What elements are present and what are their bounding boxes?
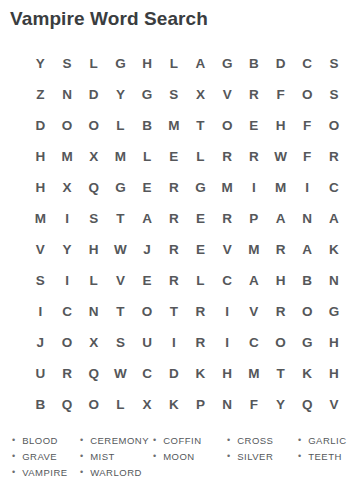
grid-cell-r6c6[interactable]: R <box>160 203 187 234</box>
grid-cell-r4c6[interactable]: E <box>160 141 187 172</box>
grid-cell-r3c4[interactable]: L <box>107 110 134 141</box>
grid-cell-r4c10[interactable]: W <box>267 141 294 172</box>
word-list-column-1: •BLOOD•GRAVE•VAMPIRE <box>12 433 80 480</box>
grid-cell-r10c4[interactable]: S <box>107 327 134 358</box>
grid-cell-r12c6[interactable]: K <box>160 389 187 420</box>
word-list-item: •MOON <box>153 449 227 465</box>
word-list-item: •BLOOD <box>12 433 80 449</box>
grid-cell-r1c8[interactable]: G <box>214 48 241 79</box>
word-list-column-5: •GARLIC•TEETH <box>298 433 358 465</box>
grid-cell-r6c7[interactable]: E <box>187 203 214 234</box>
grid-cell-r2c5[interactable]: G <box>134 79 161 110</box>
word-list-item: •CEREMONY <box>80 433 153 449</box>
word-list-item: •WARLORD <box>80 465 153 480</box>
grid-cell-r3c7[interactable]: T <box>187 110 214 141</box>
word-label: GARLIC <box>308 435 346 446</box>
grid-cell-r12c2[interactable]: Q <box>54 389 81 420</box>
grid-cell-r7c6[interactable]: R <box>160 234 187 265</box>
grid-cell-r5c11[interactable]: I <box>294 172 321 203</box>
grid-cell-r7c10[interactable]: R <box>267 234 294 265</box>
grid-cell-r3c8[interactable]: O <box>214 110 241 141</box>
grid-cell-r6c4[interactable]: T <box>107 203 134 234</box>
grid-cell-r2c4[interactable]: Y <box>107 79 134 110</box>
grid-cell-r6c11[interactable]: N <box>294 203 321 234</box>
grid-cell-r5c9[interactable]: I <box>241 172 268 203</box>
bullet-icon: • <box>298 436 301 445</box>
grid-cell-r12c9[interactable]: F <box>241 389 268 420</box>
grid-cell-r10c11[interactable]: G <box>294 327 321 358</box>
grid-cell-r5c12[interactable]: C <box>321 172 348 203</box>
grid-cell-r8c6[interactable]: R <box>160 265 187 296</box>
bullet-icon: • <box>80 436 83 445</box>
grid-cell-r9c4[interactable]: T <box>107 296 134 327</box>
grid-cell-r9c8[interactable]: I <box>214 296 241 327</box>
grid-cell-r12c8[interactable]: N <box>214 389 241 420</box>
grid-cell-r1c12[interactable]: S <box>321 48 348 79</box>
grid-cell-r10c5[interactable]: U <box>134 327 161 358</box>
bullet-icon: • <box>12 452 15 461</box>
grid-cell-r11c2[interactable]: R <box>54 358 81 389</box>
grid-cell-r3c1[interactable]: D <box>27 110 54 141</box>
grid-cell-r3c6[interactable]: M <box>160 110 187 141</box>
grid-cell-r8c7[interactable]: L <box>187 265 214 296</box>
grid-cell-r5c8[interactable]: M <box>214 172 241 203</box>
grid-cell-r6c8[interactable]: R <box>214 203 241 234</box>
bullet-icon: • <box>80 452 83 461</box>
grid-cell-r10c9[interactable]: C <box>241 327 268 358</box>
word-label: MOON <box>163 451 195 462</box>
grid-cell-r12c11[interactable]: Q <box>294 389 321 420</box>
grid-cell-r9c5[interactable]: O <box>134 296 161 327</box>
word-label: TEETH <box>308 451 342 462</box>
grid-cell-r12c4[interactable]: L <box>107 389 134 420</box>
grid-cell-r7c2[interactable]: Y <box>54 234 81 265</box>
word-label: COFFIN <box>163 435 201 446</box>
grid-cell-r9c10[interactable]: R <box>267 296 294 327</box>
grid-cell-r8c3[interactable]: L <box>80 265 107 296</box>
grid-cell-r3c11[interactable]: F <box>294 110 321 141</box>
grid-cell-r11c5[interactable]: C <box>134 358 161 389</box>
grid-cell-r10c12[interactable]: H <box>321 327 348 358</box>
word-label: GRAVE <box>22 451 57 462</box>
grid-cell-r2c1[interactable]: Z <box>27 79 54 110</box>
grid-cell-r1c3[interactable]: L <box>80 48 107 79</box>
page-title: Vampire Word Search <box>10 8 358 30</box>
word-list-column-3: •COFFIN•MOON <box>153 433 227 465</box>
word-list-column-4: •CROSS•SILVER <box>227 433 298 465</box>
grid-cell-r5c7[interactable]: G <box>187 172 214 203</box>
word-list-item: •COFFIN <box>153 433 227 449</box>
grid-cell-r7c12[interactable]: K <box>321 234 348 265</box>
grid-cell-r1c5[interactable]: H <box>134 48 161 79</box>
grid-cell-r3c9[interactable]: E <box>241 110 268 141</box>
grid-cell-r2c12[interactable]: S <box>321 79 348 110</box>
word-list-item: •GARLIC <box>298 433 358 449</box>
grid-cell-r5c4[interactable]: G <box>107 172 134 203</box>
grid-cell-r5c1[interactable]: H <box>27 172 54 203</box>
grid-cell-r9c1[interactable]: I <box>27 296 54 327</box>
word-search-page: Vampire Word Search YSLGHLAGBDCSZNDYGSXV… <box>0 8 358 480</box>
grid-cell-r1c9[interactable]: B <box>241 48 268 79</box>
grid-cell-r7c3[interactable]: H <box>80 234 107 265</box>
grid-cell-r10c1[interactable]: J <box>27 327 54 358</box>
grid-cell-r4c4[interactable]: M <box>107 141 134 172</box>
grid-cell-r8c10[interactable]: H <box>267 265 294 296</box>
grid-cell-r4c5[interactable]: L <box>134 141 161 172</box>
grid-cell-r11c10[interactable]: T <box>267 358 294 389</box>
grid-cell-r1c6[interactable]: L <box>160 48 187 79</box>
grid-cell-r5c2[interactable]: X <box>54 172 81 203</box>
word-label: WARLORD <box>90 467 142 478</box>
bullet-icon: • <box>227 436 230 445</box>
grid-cell-r7c8[interactable]: V <box>214 234 241 265</box>
grid-cell-r10c2[interactable]: O <box>54 327 81 358</box>
grid-cell-r4c7[interactable]: L <box>187 141 214 172</box>
grid-cell-r3c3[interactable]: O <box>80 110 107 141</box>
grid-cell-r11c9[interactable]: M <box>241 358 268 389</box>
grid-cell-r1c1[interactable]: Y <box>27 48 54 79</box>
grid-cell-r11c3[interactable]: Q <box>80 358 107 389</box>
grid-cell-r7c1[interactable]: V <box>27 234 54 265</box>
grid-cell-r2c11[interactable]: O <box>294 79 321 110</box>
word-list-item: •MIST <box>80 449 153 465</box>
grid-cell-r11c4[interactable]: W <box>107 358 134 389</box>
grid-cell-r6c12[interactable]: A <box>321 203 348 234</box>
grid-cell-r5c6[interactable]: R <box>160 172 187 203</box>
word-label: CROSS <box>237 435 273 446</box>
grid-cell-r12c3[interactable]: O <box>80 389 107 420</box>
grid-cell-r2c7[interactable]: X <box>187 79 214 110</box>
grid-cell-r7c11[interactable]: A <box>294 234 321 265</box>
grid-cell-r4c9[interactable]: R <box>241 141 268 172</box>
grid-cell-r11c11[interactable]: K <box>294 358 321 389</box>
grid-cell-r5c5[interactable]: E <box>134 172 161 203</box>
grid-cell-r6c9[interactable]: P <box>241 203 268 234</box>
bullet-icon: • <box>80 468 83 477</box>
grid-cell-r5c3[interactable]: Q <box>80 172 107 203</box>
grid-cell-r10c8[interactable]: I <box>214 327 241 358</box>
grid-cell-r12c7[interactable]: P <box>187 389 214 420</box>
grid-cell-r3c12[interactable]: O <box>321 110 348 141</box>
word-list: •BLOOD•GRAVE•VAMPIRE•CEREMONY•MIST•WARLO… <box>12 433 358 480</box>
bullet-icon: • <box>227 452 230 461</box>
grid-cell-r6c1[interactable]: M <box>27 203 54 234</box>
bullet-icon: • <box>298 452 301 461</box>
grid-cell-r7c4[interactable]: W <box>107 234 134 265</box>
word-list-item: •CROSS <box>227 433 298 449</box>
grid-cell-r8c1[interactable]: S <box>27 265 54 296</box>
grid-cell-r9c11[interactable]: O <box>294 296 321 327</box>
grid-cell-r7c9[interactable]: M <box>241 234 268 265</box>
word-label: CEREMONY <box>90 435 149 446</box>
grid-cell-r7c7[interactable]: E <box>187 234 214 265</box>
grid-cell-r8c4[interactable]: V <box>107 265 134 296</box>
grid-cell-r1c10[interactable]: D <box>267 48 294 79</box>
grid-cell-r11c7[interactable]: K <box>187 358 214 389</box>
grid-cell-r4c8[interactable]: R <box>214 141 241 172</box>
grid-cell-r12c10[interactable]: Y <box>267 389 294 420</box>
grid-cell-r9c3[interactable]: N <box>80 296 107 327</box>
grid-cell-r9c2[interactable]: C <box>54 296 81 327</box>
grid-cell-r4c11[interactable]: F <box>294 141 321 172</box>
grid-cell-r5c10[interactable]: M <box>267 172 294 203</box>
grid-cell-r1c11[interactable]: C <box>294 48 321 79</box>
grid-cell-r9c7[interactable]: R <box>187 296 214 327</box>
grid-cell-r10c7[interactable]: R <box>187 327 214 358</box>
grid-cell-r11c6[interactable]: D <box>160 358 187 389</box>
grid-cell-r7c5[interactable]: J <box>134 234 161 265</box>
bullet-icon: • <box>153 436 156 445</box>
grid-cell-r8c11[interactable]: B <box>294 265 321 296</box>
grid-cell-r4c12[interactable]: R <box>321 141 348 172</box>
grid-cell-r9c12[interactable]: G <box>321 296 348 327</box>
grid-cell-r12c12[interactable]: V <box>321 389 348 420</box>
grid-cell-r8c8[interactable]: C <box>214 265 241 296</box>
word-label: VAMPIRE <box>22 467 68 478</box>
grid-cell-r6c3[interactable]: S <box>80 203 107 234</box>
grid-cell-r9c9[interactable]: V <box>241 296 268 327</box>
grid-cell-r6c10[interactable]: A <box>267 203 294 234</box>
grid-cell-r6c5[interactable]: A <box>134 203 161 234</box>
grid-cell-r4c3[interactable]: X <box>80 141 107 172</box>
grid-cell-r10c10[interactable]: O <box>267 327 294 358</box>
grid-cell-r1c2[interactable]: S <box>54 48 81 79</box>
grid-cell-r2c3[interactable]: D <box>80 79 107 110</box>
grid-cell-r3c10[interactable]: H <box>267 110 294 141</box>
bullet-icon: • <box>12 436 15 445</box>
grid-cell-r11c1[interactable]: U <box>27 358 54 389</box>
grid-cell-r8c9[interactable]: A <box>241 265 268 296</box>
grid-cell-r2c2[interactable]: N <box>54 79 81 110</box>
grid-cell-r12c1[interactable]: B <box>27 389 54 420</box>
bullet-icon: • <box>12 468 15 477</box>
grid-cell-r8c2[interactable]: I <box>54 265 81 296</box>
grid-cell-r2c8[interactable]: V <box>214 79 241 110</box>
grid-cell-r11c12[interactable]: H <box>321 358 348 389</box>
word-list-column-2: •CEREMONY•MIST•WARLORD <box>80 433 153 480</box>
grid-cell-r3c5[interactable]: B <box>134 110 161 141</box>
word-label: SILVER <box>237 451 273 462</box>
grid-cell-r2c6[interactable]: S <box>160 79 187 110</box>
bullet-icon: • <box>153 452 156 461</box>
grid-cell-r2c10[interactable]: F <box>267 79 294 110</box>
grid-cell-r11c8[interactable]: H <box>214 358 241 389</box>
grid-cell-r12c5[interactable]: X <box>134 389 161 420</box>
word-list-item: •SILVER <box>227 449 298 465</box>
grid-cell-r10c3[interactable]: X <box>80 327 107 358</box>
grid-cell-r4c2[interactable]: M <box>54 141 81 172</box>
grid-cell-r8c12[interactable]: N <box>321 265 348 296</box>
letter-grid: YSLGHLAGBDCSZNDYGSXVRFOSDOOLBMTOEHFOHMXM… <box>27 48 358 420</box>
grid-cell-r3c2[interactable]: O <box>54 110 81 141</box>
word-list-item: •GRAVE <box>12 449 80 465</box>
grid-cell-r1c4[interactable]: G <box>107 48 134 79</box>
word-label: BLOOD <box>22 435 58 446</box>
grid-cell-r1c7[interactable]: A <box>187 48 214 79</box>
grid-cell-r2c9[interactable]: R <box>241 79 268 110</box>
grid-cell-r4c1[interactable]: H <box>27 141 54 172</box>
word-label: MIST <box>90 451 115 462</box>
grid-cell-r6c2[interactable]: I <box>54 203 81 234</box>
grid-cell-r9c6[interactable]: T <box>160 296 187 327</box>
grid-cell-r8c5[interactable]: E <box>134 265 161 296</box>
word-list-item: •VAMPIRE <box>12 465 80 480</box>
word-list-item: •TEETH <box>298 449 358 465</box>
grid-cell-r10c6[interactable]: I <box>160 327 187 358</box>
